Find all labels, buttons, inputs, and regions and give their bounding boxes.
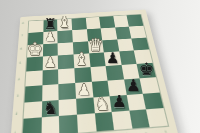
- piece-layer: ♝♜♟♛♚♟♝♟♚♟♟♟♞♞: [0, 0, 200, 133]
- black-knight-piece[interactable]: ♞: [43, 100, 58, 117]
- white-pawn-piece[interactable]: ♟: [44, 56, 56, 70]
- black-pawn-piece[interactable]: ♟: [126, 77, 141, 93]
- white-bishop-piece[interactable]: ♝: [58, 16, 72, 31]
- photo-stage: 87654321 abcdefgh ✶ ♝♜♟♛♚♟♝♟♚♟♟♟♞♞: [0, 0, 200, 133]
- black-pawn-piece[interactable]: ♟: [112, 95, 127, 112]
- white-knight-piece[interactable]: ♞: [95, 96, 110, 113]
- white-king-piece[interactable]: ♚: [27, 41, 42, 58]
- white-pawn-piece[interactable]: ♟: [45, 31, 56, 44]
- white-pawn-piece[interactable]: ♟: [77, 82, 91, 97]
- black-pawn-piece[interactable]: ♟: [106, 51, 119, 66]
- white-bishop-piece[interactable]: ♝: [74, 51, 89, 68]
- white-queen-piece[interactable]: ♛: [88, 37, 103, 54]
